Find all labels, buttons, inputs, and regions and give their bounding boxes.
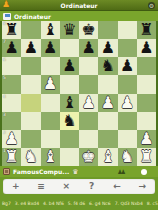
square-c4[interactable] [41,94,60,112]
square-h6[interactable] [137,57,156,75]
white-bishop: ♝ [43,148,57,166]
square-g1[interactable]: ♞ [118,148,137,166]
white-pawn: ♟ [4,130,18,148]
rank-label-3: 3 [3,112,6,117]
white-bishop: ♝ [101,148,115,166]
black-bishop: ♝ [43,21,57,39]
black-pawn: ♟ [101,39,115,57]
game-list-button[interactable]: ≡ [31,179,51,194]
square-d7[interactable] [60,39,79,57]
square-h5[interactable] [137,75,156,93]
switch-sides-button[interactable]: × [56,179,76,194]
square-b6[interactable] [21,57,40,75]
square-e1[interactable]: ♚ [79,148,98,166]
square-a2[interactable]: 2♟ [2,130,21,148]
bottom-player-bar: FamousCompu... ♛ ♟♟ [0,166,158,177]
square-h1[interactable]: ♜ [137,148,156,166]
chess-app-window: ♟ Ordinateur ⚙ Ordinateur 8♜♝♛♚♜7♟♟♟♟♟♟6… [0,0,158,210]
square-g4[interactable]: ♟ [118,94,137,112]
square-d1[interactable] [60,148,79,166]
black-king: ♚ [81,21,95,39]
white-rook: ♜ [139,148,153,166]
square-e7[interactable]: ♟ [79,39,98,57]
square-d5[interactable] [60,75,79,93]
move-token[interactable]: 3. e4 Bxd4 [15,201,39,206]
square-c2[interactable] [41,130,60,148]
black-bishop: ♝ [62,94,76,112]
move-token[interactable]: 6. g4 Nc6 [89,201,111,206]
board-grid: 8♜♝♛♚♜7♟♟♟♟♟♟6♟♞♟5♟4♝♟♟♟3♞2♟♟1♜♞♝♚♝♞♜ [2,21,156,166]
move-list[interactable]: Bg73. e4 Bxd44. b4 Nf65. f4 d66. g4 Nc67… [0,196,158,210]
square-a3[interactable]: 3 [2,112,21,130]
square-b7[interactable]: ♟ [21,39,40,57]
square-h2[interactable]: ♟ [137,130,156,148]
square-b4[interactable] [21,94,40,112]
black-pawn: ♟ [62,57,76,75]
move-token[interactable]: 5. f4 d6 [68,201,85,206]
chess-board: 8♜♝♛♚♜7♟♟♟♟♟♟6♟♞♟5♟4♝♟♟♟3♞2♟♟1♜♞♝♚♝♞♜ [0,21,158,166]
gear-icon[interactable]: ⚙ [148,2,155,9]
square-c7[interactable]: ♟ [41,39,60,57]
black-pawn: ♟ [120,57,134,75]
square-e5[interactable] [79,75,98,93]
white-knight: ♞ [120,148,134,166]
black-knight: ♞ [62,112,76,130]
white-knight: ♞ [24,148,38,166]
square-g6[interactable]: ♟ [118,57,137,75]
move-token[interactable]: 8. c5 [147,201,158,206]
square-f8[interactable] [98,21,117,39]
white-turn-indicator [141,169,147,175]
square-f7[interactable]: ♟ [98,39,117,57]
black-pawn: ♟ [4,39,18,57]
rank-label-8: 8 [3,21,6,26]
square-b2[interactable] [21,130,40,148]
square-c6[interactable] [41,57,60,75]
black-knight: ♞ [101,57,115,75]
toolbar: +≡×?←→ [3,179,155,194]
rank-label-6: 6 [3,57,6,62]
square-b1[interactable]: ♞ [21,148,40,166]
square-g3[interactable] [118,112,137,130]
new-game-button[interactable]: + [6,179,26,194]
black-pawn: ♟ [43,39,57,57]
square-e2[interactable] [79,130,98,148]
white-king: ♚ [81,148,95,166]
square-a4[interactable]: 4 [2,94,21,112]
square-e4[interactable]: ♟ [79,94,98,112]
square-c3[interactable] [41,112,60,130]
black-rook: ♜ [139,21,153,39]
black-queen: ♛ [62,21,76,39]
square-g7[interactable] [118,39,137,57]
white-pawn: ♟ [81,94,95,112]
hint-button[interactable]: ? [82,179,102,194]
square-h7[interactable]: ♟ [137,39,156,57]
square-h8[interactable]: ♜ [137,21,156,39]
square-a1[interactable]: 1♜ [2,148,21,166]
square-h4[interactable] [137,94,156,112]
rank-label-7: 7 [3,39,6,44]
two-pawns-icon: ♟♟ [117,167,124,177]
black-pawn: ♟ [81,39,95,57]
crown-icon: ♛ [72,167,78,177]
square-g2[interactable] [118,130,137,148]
square-b3[interactable] [21,112,40,130]
square-d2[interactable] [60,130,79,148]
computer-icon [3,13,11,20]
square-c8[interactable]: ♝ [41,21,60,39]
book-icon [3,168,10,175]
square-d3[interactable]: ♞ [60,112,79,130]
white-rook: ♜ [4,148,18,166]
rank-label-2: 2 [3,130,6,135]
square-f1[interactable]: ♝ [98,148,117,166]
square-g5[interactable] [118,75,137,93]
square-a6[interactable]: 6 [2,57,21,75]
move-token[interactable]: Bg7 [2,201,11,206]
square-a8[interactable]: 8♜ [2,21,21,39]
square-b8[interactable] [21,21,40,39]
rank-label-4: 4 [3,94,6,99]
square-g8[interactable] [118,21,137,39]
black-pawn: ♟ [139,39,153,57]
square-c1[interactable]: ♝ [41,148,60,166]
window-title: Ordinateur [61,0,98,11]
square-e3[interactable] [79,112,98,130]
square-a5[interactable]: 5 [2,75,21,93]
rank-label-1: 1 [3,148,6,153]
square-f6[interactable]: ♞ [98,57,117,75]
top-player-name: Ordinateur [14,13,51,20]
black-rook: ♜ [4,21,18,39]
toolbar-area: +≡×?←→ [0,177,158,196]
square-d6[interactable]: ♟ [60,57,79,75]
move-token[interactable]: 7. Qd3 Nxb4 [115,201,143,206]
square-f5[interactable] [98,75,117,93]
top-player-bar: Ordinateur [0,11,158,21]
square-f4[interactable]: ♟ [98,94,117,112]
square-h3[interactable] [137,112,156,130]
square-e6[interactable] [79,57,98,75]
move-token[interactable]: 4. b4 Nf6 [43,201,64,206]
back-button[interactable]: ← [107,179,127,194]
square-d4[interactable]: ♝ [60,94,79,112]
square-b5[interactable] [21,75,40,93]
square-d8[interactable]: ♛ [60,21,79,39]
square-f2[interactable] [98,130,117,148]
square-f3[interactable] [98,112,117,130]
title-bar: ♟ Ordinateur ⚙ [0,0,158,11]
square-e8[interactable]: ♚ [79,21,98,39]
white-pawn: ♟ [43,75,57,93]
white-pawn: ♟ [101,94,115,112]
bottom-player-name: FamousCompu... [13,168,69,175]
white-pawn: ♟ [120,94,134,112]
black-pawn: ♟ [24,39,38,57]
forward-button[interactable]: → [132,179,152,194]
white-pawn: ♟ [139,130,153,148]
square-c5[interactable]: ♟ [41,75,60,93]
app-pawn-icon: ♟ [2,0,10,10]
square-a7[interactable]: 7♟ [2,39,21,57]
rank-label-5: 5 [3,75,6,80]
